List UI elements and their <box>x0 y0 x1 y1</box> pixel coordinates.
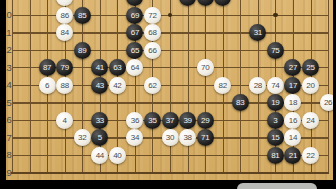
white-stone-move-16: 16 <box>284 112 301 129</box>
black-stone-move-81: 81 <box>267 147 284 164</box>
board-intersection: 43 <box>91 76 109 94</box>
white-stone-move-88: 88 <box>56 77 73 94</box>
board-intersection: 86 <box>56 6 74 24</box>
black-stone-move-83: 83 <box>232 94 249 111</box>
board-intersection: 61 <box>214 0 232 6</box>
board-intersection: 41 <box>91 59 109 77</box>
black-stone-move-45: 45 <box>179 0 196 6</box>
board-intersection: 71 <box>196 129 214 147</box>
black-stone-move-65: 65 <box>126 42 143 59</box>
white-stone-move-32: 32 <box>74 129 91 146</box>
black-stone-move-25: 25 <box>302 59 319 76</box>
white-stone-move-18: 18 <box>284 94 301 111</box>
board-intersection: 21 <box>284 146 302 164</box>
board-intersection: 64 <box>126 59 144 77</box>
board-intersection: 39 <box>179 111 197 129</box>
black-stone-move-77: 77 <box>197 0 214 6</box>
letterbox-left <box>0 0 6 189</box>
white-stone-move-80: 80 <box>56 0 73 6</box>
board-intersection: 33 <box>91 111 109 129</box>
screenshot-root: 10111213141516171819 8073457761868569728… <box>0 0 336 189</box>
white-stone-move-20: 20 <box>302 77 319 94</box>
board-intersection: 25 <box>302 59 320 77</box>
white-stone-move-28: 28 <box>249 77 266 94</box>
black-stone-move-89: 89 <box>74 42 91 59</box>
white-stone-move-86: 86 <box>56 7 73 24</box>
board-intersection: 36 <box>126 111 144 129</box>
white-stone-move-74: 74 <box>267 77 284 94</box>
black-stone-move-19: 19 <box>267 94 284 111</box>
board-intersection: 88 <box>56 76 74 94</box>
board-intersection: 69 <box>126 6 144 24</box>
board-intersection: 77 <box>196 0 214 6</box>
black-stone-move-41: 41 <box>91 59 108 76</box>
board-intersection: 16 <box>284 111 302 129</box>
board-intersection: 62 <box>144 76 162 94</box>
board-intersection: 44 <box>91 146 109 164</box>
white-stone-move-72: 72 <box>144 7 161 24</box>
board-intersection: 40 <box>109 146 127 164</box>
black-stone-move-3: 3 <box>267 112 284 129</box>
board-intersection: 63 <box>109 59 127 77</box>
white-stone-move-34: 34 <box>126 129 143 146</box>
black-stone-move-75: 75 <box>267 42 284 59</box>
black-stone-move-21: 21 <box>284 147 301 164</box>
black-stone-move-73: 73 <box>126 0 143 6</box>
board-intersection: 68 <box>144 24 162 42</box>
board-intersection: 30 <box>161 129 179 147</box>
white-stone-move-38: 38 <box>179 129 196 146</box>
black-stone-move-67: 67 <box>126 24 143 41</box>
black-stone-move-85: 85 <box>74 7 91 24</box>
white-stone-move-66: 66 <box>144 42 161 59</box>
board-intersection: 85 <box>73 6 91 24</box>
board-intersection: 15 <box>267 129 285 147</box>
board-intersection: 87 <box>38 59 56 77</box>
white-stone-move-62: 62 <box>144 77 161 94</box>
black-stone-move-15: 15 <box>267 129 284 146</box>
white-stone-move-22: 22 <box>302 147 319 164</box>
white-stone-move-44: 44 <box>91 147 108 164</box>
board-intersection: 31 <box>249 24 267 42</box>
white-stone-move-4: 4 <box>56 112 73 129</box>
board-intersection: 89 <box>73 41 91 59</box>
board-intersection: 82 <box>214 76 232 94</box>
board-intersection: 3 <box>267 111 285 129</box>
white-stone-move-24: 24 <box>302 112 319 129</box>
home-indicator <box>237 183 317 189</box>
black-stone-move-43: 43 <box>91 77 108 94</box>
white-stone-move-30: 30 <box>162 129 179 146</box>
white-stone-move-84: 84 <box>56 24 73 41</box>
board-intersection: 74 <box>267 76 285 94</box>
board-intersection: 24 <box>302 111 320 129</box>
board-intersection: 34 <box>126 129 144 147</box>
board-intersection: 28 <box>249 76 267 94</box>
black-stone-move-71: 71 <box>197 129 214 146</box>
black-stone-move-27: 27 <box>284 59 301 76</box>
board-intersection: 14 <box>284 129 302 147</box>
black-stone-move-69: 69 <box>126 7 143 24</box>
black-stone-move-87: 87 <box>39 59 56 76</box>
board-intersection: 79 <box>56 59 74 77</box>
white-stone-move-40: 40 <box>109 147 126 164</box>
board-intersection: 70 <box>196 59 214 77</box>
board-intersection: 81 <box>267 146 285 164</box>
board-intersection: 72 <box>144 6 162 24</box>
board-intersection: 83 <box>231 94 249 112</box>
board-intersection: 6 <box>38 76 56 94</box>
board-intersection: 17 <box>284 76 302 94</box>
board-intersection: 5 <box>91 129 109 147</box>
black-stone-move-79: 79 <box>56 59 73 76</box>
black-stone-move-61: 61 <box>214 0 231 6</box>
board-intersection: 65 <box>126 41 144 59</box>
black-stone-move-31: 31 <box>249 24 266 41</box>
go-board[interactable]: 8073457761868569728467683189656675877941… <box>3 0 336 181</box>
board-intersection: 29 <box>196 111 214 129</box>
white-stone-move-82: 82 <box>214 77 231 94</box>
black-stone-move-17: 17 <box>284 77 301 94</box>
board-intersection: 4 <box>56 111 74 129</box>
board-intersection: 19 <box>267 94 285 112</box>
board-intersection: 22 <box>302 146 320 164</box>
black-stone-move-63: 63 <box>109 59 126 76</box>
board-intersection: 35 <box>144 111 162 129</box>
board-intersection: 66 <box>144 41 162 59</box>
black-stone-move-39: 39 <box>179 112 196 129</box>
board-intersection: 42 <box>109 76 127 94</box>
black-stone-move-5: 5 <box>91 129 108 146</box>
board-intersection: 75 <box>267 41 285 59</box>
board-intersection: 18 <box>284 94 302 112</box>
board-intersection: 38 <box>179 129 197 147</box>
white-stone-move-14: 14 <box>284 129 301 146</box>
white-stone-move-68: 68 <box>144 24 161 41</box>
board-intersection: 67 <box>126 24 144 42</box>
white-stone-move-36: 36 <box>126 112 143 129</box>
board-intersection: 84 <box>56 24 74 42</box>
black-stone-move-37: 37 <box>162 112 179 129</box>
white-stone-move-64: 64 <box>126 59 143 76</box>
board-intersection: 27 <box>284 59 302 77</box>
board-intersection: 37 <box>161 111 179 129</box>
board-intersection: 20 <box>302 76 320 94</box>
black-stone-move-29: 29 <box>197 112 214 129</box>
white-stone-move-70: 70 <box>197 59 214 76</box>
white-stone-move-42: 42 <box>109 77 126 94</box>
white-stone-move-6: 6 <box>39 77 56 94</box>
black-stone-move-35: 35 <box>144 112 161 129</box>
board-intersection: 32 <box>73 129 91 147</box>
black-stone-move-33: 33 <box>91 112 108 129</box>
board-intersection: 45 <box>179 0 197 6</box>
